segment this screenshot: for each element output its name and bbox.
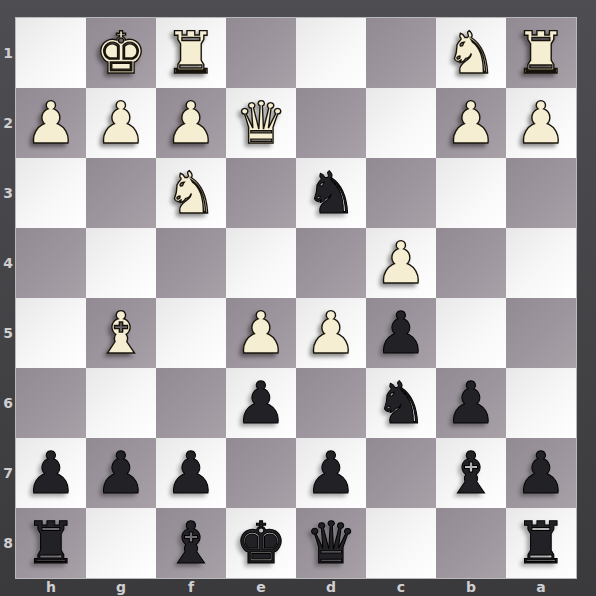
square-e1[interactable] xyxy=(226,18,296,88)
square-g4[interactable] xyxy=(86,228,156,298)
square-c8[interactable] xyxy=(366,508,436,578)
square-h6[interactable] xyxy=(16,368,86,438)
rank-labels: 1 2 3 4 5 6 7 8 xyxy=(0,18,16,578)
square-d5[interactable]: ♟︎ xyxy=(296,298,366,368)
white-rook-f1[interactable]: ♜︎ xyxy=(165,18,217,88)
square-a7[interactable]: ♟︎ xyxy=(506,438,576,508)
white-queen-e2[interactable]: ♛︎ xyxy=(235,88,287,158)
black-pawn-b6[interactable]: ♟︎ xyxy=(445,368,497,438)
white-pawn-c4[interactable]: ♟︎ xyxy=(375,228,427,298)
white-bishop-g5[interactable]: ♝︎ xyxy=(95,298,147,368)
square-a5[interactable] xyxy=(506,298,576,368)
file-labels: h g f e d c b a xyxy=(16,577,576,596)
white-knight-f3[interactable]: ♞︎ xyxy=(165,158,217,228)
square-c6[interactable]: ♞︎ xyxy=(366,368,436,438)
square-d3[interactable]: ♞︎ xyxy=(296,158,366,228)
white-pawn-h2[interactable]: ♟︎ xyxy=(25,88,77,158)
square-h7[interactable]: ♟︎ xyxy=(16,438,86,508)
black-knight-d3[interactable]: ♞︎ xyxy=(305,158,357,228)
square-e4[interactable] xyxy=(226,228,296,298)
square-e6[interactable]: ♟︎ xyxy=(226,368,296,438)
black-pawn-g7[interactable]: ♟︎ xyxy=(95,438,147,508)
black-queen-d8[interactable]: ♛︎ xyxy=(305,508,357,578)
square-b3[interactable] xyxy=(436,158,506,228)
black-knight-c6[interactable]: ♞︎ xyxy=(375,368,427,438)
square-f1[interactable]: ♜︎ xyxy=(156,18,226,88)
square-g1[interactable]: ♚︎ xyxy=(86,18,156,88)
square-e7[interactable] xyxy=(226,438,296,508)
square-h2[interactable]: ♟︎ xyxy=(16,88,86,158)
rank-label-8: 8 xyxy=(0,508,16,578)
square-h3[interactable] xyxy=(16,158,86,228)
black-rook-a8[interactable]: ♜︎ xyxy=(515,508,567,578)
white-knight-b1[interactable]: ♞︎ xyxy=(445,18,497,88)
black-bishop-f8[interactable]: ♝︎ xyxy=(165,508,217,578)
rank-label-2: 2 xyxy=(0,88,16,158)
square-c2[interactable] xyxy=(366,88,436,158)
white-pawn-d5[interactable]: ♟︎ xyxy=(305,298,357,368)
file-label-a: a xyxy=(506,577,576,596)
square-d6[interactable] xyxy=(296,368,366,438)
black-pawn-a7[interactable]: ♟︎ xyxy=(515,438,567,508)
square-c7[interactable] xyxy=(366,438,436,508)
square-f8[interactable]: ♝︎ xyxy=(156,508,226,578)
square-d8[interactable]: ♛︎ xyxy=(296,508,366,578)
square-b6[interactable]: ♟︎ xyxy=(436,368,506,438)
white-pawn-b2[interactable]: ♟︎ xyxy=(445,88,497,158)
white-pawn-g2[interactable]: ♟︎ xyxy=(95,88,147,158)
square-d2[interactable] xyxy=(296,88,366,158)
square-c4[interactable]: ♟︎ xyxy=(366,228,436,298)
board-frame: 1 2 3 4 5 6 7 8 ♚︎♜︎♞︎♜︎♟︎♟︎♟︎♛︎♟︎♟︎♞︎♞︎… xyxy=(0,0,596,596)
square-f6[interactable] xyxy=(156,368,226,438)
rank-label-7: 7 xyxy=(0,438,16,508)
square-a2[interactable]: ♟︎ xyxy=(506,88,576,158)
square-e3[interactable] xyxy=(226,158,296,228)
file-label-h: h xyxy=(16,577,86,596)
file-label-c: c xyxy=(366,577,436,596)
square-b7[interactable]: ♝︎ xyxy=(436,438,506,508)
white-pawn-a2[interactable]: ♟︎ xyxy=(515,88,567,158)
file-label-f: f xyxy=(156,577,226,596)
file-label-g: g xyxy=(86,577,156,596)
square-f4[interactable] xyxy=(156,228,226,298)
square-b4[interactable] xyxy=(436,228,506,298)
square-a8[interactable]: ♜︎ xyxy=(506,508,576,578)
rank-label-1: 1 xyxy=(0,18,16,88)
white-rook-a1[interactable]: ♜︎ xyxy=(515,18,567,88)
rank-label-4: 4 xyxy=(0,228,16,298)
square-f2[interactable]: ♟︎ xyxy=(156,88,226,158)
square-c1[interactable] xyxy=(366,18,436,88)
chess-board[interactable]: ♚︎♜︎♞︎♜︎♟︎♟︎♟︎♛︎♟︎♟︎♞︎♞︎♟︎♝︎♟︎♟︎♟︎♟︎♞︎♟︎… xyxy=(16,18,576,578)
square-e5[interactable]: ♟︎ xyxy=(226,298,296,368)
square-a4[interactable] xyxy=(506,228,576,298)
square-g6[interactable] xyxy=(86,368,156,438)
square-e2[interactable]: ♛︎ xyxy=(226,88,296,158)
square-f7[interactable]: ♟︎ xyxy=(156,438,226,508)
square-b8[interactable] xyxy=(436,508,506,578)
black-pawn-d7[interactable]: ♟︎ xyxy=(305,438,357,508)
square-a3[interactable] xyxy=(506,158,576,228)
black-rook-h8[interactable]: ♜︎ xyxy=(25,508,77,578)
black-pawn-c5[interactable]: ♟︎ xyxy=(375,298,427,368)
square-c3[interactable] xyxy=(366,158,436,228)
square-b5[interactable] xyxy=(436,298,506,368)
square-g8[interactable] xyxy=(86,508,156,578)
rank-label-5: 5 xyxy=(0,298,16,368)
file-label-b: b xyxy=(436,577,506,596)
black-pawn-f7[interactable]: ♟︎ xyxy=(165,438,217,508)
square-d7[interactable]: ♟︎ xyxy=(296,438,366,508)
square-e8[interactable]: ♚︎ xyxy=(226,508,296,578)
square-h5[interactable] xyxy=(16,298,86,368)
square-d4[interactable] xyxy=(296,228,366,298)
square-a1[interactable]: ♜︎ xyxy=(506,18,576,88)
square-h8[interactable]: ♜︎ xyxy=(16,508,86,578)
square-g2[interactable]: ♟︎ xyxy=(86,88,156,158)
black-bishop-b7[interactable]: ♝︎ xyxy=(445,438,497,508)
black-pawn-h7[interactable]: ♟︎ xyxy=(25,438,77,508)
square-c5[interactable]: ♟︎ xyxy=(366,298,436,368)
square-g3[interactable] xyxy=(86,158,156,228)
square-b1[interactable]: ♞︎ xyxy=(436,18,506,88)
white-king-g1[interactable]: ♚︎ xyxy=(95,18,147,88)
square-f3[interactable]: ♞︎ xyxy=(156,158,226,228)
file-label-e: e xyxy=(226,577,296,596)
square-b2[interactable]: ♟︎ xyxy=(436,88,506,158)
square-h1[interactable] xyxy=(16,18,86,88)
rank-label-3: 3 xyxy=(0,158,16,228)
file-label-d: d xyxy=(296,577,366,596)
square-f5[interactable] xyxy=(156,298,226,368)
square-g5[interactable]: ♝︎ xyxy=(86,298,156,368)
white-pawn-e5[interactable]: ♟︎ xyxy=(235,298,287,368)
square-h4[interactable] xyxy=(16,228,86,298)
square-a6[interactable] xyxy=(506,368,576,438)
rank-label-6: 6 xyxy=(0,368,16,438)
black-pawn-e6[interactable]: ♟︎ xyxy=(235,368,287,438)
black-king-e8[interactable]: ♚︎ xyxy=(235,508,287,578)
square-g7[interactable]: ♟︎ xyxy=(86,438,156,508)
white-pawn-f2[interactable]: ♟︎ xyxy=(165,88,217,158)
square-d1[interactable] xyxy=(296,18,366,88)
